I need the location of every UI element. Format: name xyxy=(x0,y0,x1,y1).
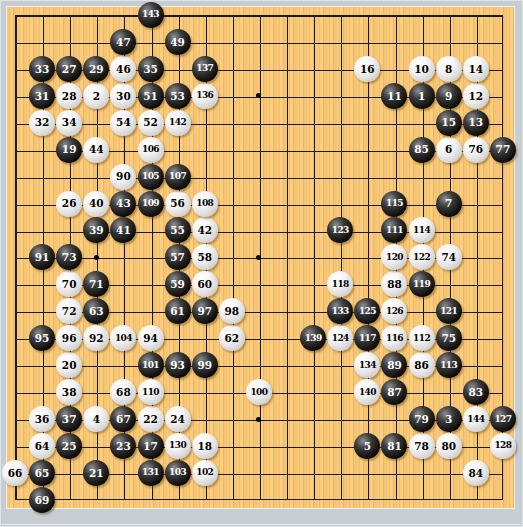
intersection-4-12: 104 xyxy=(110,325,137,352)
stone-black-103: 103 xyxy=(165,460,191,486)
intersection-13-11: 125 xyxy=(354,298,381,325)
intersection-15-8: 114 xyxy=(408,217,435,244)
stone-black-51: 51 xyxy=(138,83,164,109)
stone-black-37: 37 xyxy=(56,406,82,432)
intersection-1-3: 31 xyxy=(29,82,56,109)
stone-black-41: 41 xyxy=(110,217,136,243)
stone-black-17: 17 xyxy=(138,433,164,459)
intersection-16-2: 8 xyxy=(435,55,462,82)
stone-white-120: 120 xyxy=(381,244,407,270)
intersection-4-6: 90 xyxy=(110,163,137,190)
stone-black-131: 131 xyxy=(138,460,164,486)
stone-black-101: 101 xyxy=(138,352,164,378)
intersection-16-5: 6 xyxy=(435,136,462,163)
stone-white-86: 86 xyxy=(409,352,435,378)
stone-black-91: 91 xyxy=(29,244,55,270)
intersection-5-7: 109 xyxy=(137,190,164,217)
intersection-15-9: 122 xyxy=(408,244,435,271)
stone-white-38: 38 xyxy=(56,379,82,405)
intersection-3-8: 39 xyxy=(83,217,110,244)
intersection-14-16: 81 xyxy=(381,433,408,460)
stone-black-111: 111 xyxy=(381,217,407,243)
stone-white-30: 30 xyxy=(110,83,136,109)
stone-white-118: 118 xyxy=(327,271,353,297)
intersection-6-1: 49 xyxy=(164,28,191,55)
stone-white-76: 76 xyxy=(463,137,489,163)
stone-white-98: 98 xyxy=(219,298,245,324)
hoshi-point xyxy=(256,255,261,260)
stone-white-130: 130 xyxy=(165,433,191,459)
intersection-17-5: 76 xyxy=(462,136,489,163)
intersection-16-13: 113 xyxy=(435,352,462,379)
stone-white-66: 66 xyxy=(2,460,28,486)
stone-white-22: 22 xyxy=(138,406,164,432)
intersection-1-12: 95 xyxy=(29,325,56,352)
stone-white-114: 114 xyxy=(409,217,435,243)
intersection-18-15: 127 xyxy=(489,406,516,433)
intersection-14-13: 89 xyxy=(381,352,408,379)
intersection-1-18: 69 xyxy=(29,486,56,513)
stone-black-27: 27 xyxy=(56,56,82,82)
intersection-17-17: 84 xyxy=(462,459,489,486)
stone-black-93: 93 xyxy=(165,352,191,378)
stone-black-21: 21 xyxy=(83,460,109,486)
stone-white-44: 44 xyxy=(83,137,109,163)
stone-white-36: 36 xyxy=(29,406,55,432)
intersection-2-2: 27 xyxy=(56,55,83,82)
intersection-7-2: 137 xyxy=(191,55,218,82)
intersection-14-10: 88 xyxy=(381,271,408,298)
goban[interactable]: 1234567891011121314151617181920212223242… xyxy=(6,6,515,509)
intersection-6-16: 130 xyxy=(164,433,191,460)
stone-black-125: 125 xyxy=(354,298,380,324)
hoshi-point xyxy=(94,255,99,260)
stone-white-54: 54 xyxy=(110,110,136,136)
intersection-13-12: 117 xyxy=(354,325,381,352)
intersection-3-10: 71 xyxy=(83,271,110,298)
stone-black-83: 83 xyxy=(463,379,489,405)
intersection-3-11: 63 xyxy=(83,298,110,325)
intersection-8-12: 62 xyxy=(218,325,245,352)
stone-white-90: 90 xyxy=(110,164,136,190)
stone-white-34: 34 xyxy=(56,110,82,136)
intersection-5-2: 35 xyxy=(137,55,164,82)
stone-white-128: 128 xyxy=(490,433,516,459)
stone-white-40: 40 xyxy=(83,191,109,217)
intersection-1-2: 33 xyxy=(29,55,56,82)
stone-white-12: 12 xyxy=(463,83,489,109)
intersection-14-12: 116 xyxy=(381,325,408,352)
intersection-14-3: 11 xyxy=(381,82,408,109)
stone-black-53: 53 xyxy=(165,83,191,109)
stone-white-126: 126 xyxy=(381,298,407,324)
intersection-7-17: 102 xyxy=(191,459,218,486)
intersection-16-7: 7 xyxy=(435,190,462,217)
intersection-4-3: 30 xyxy=(110,82,137,109)
intersection-6-6: 107 xyxy=(164,163,191,190)
stone-black-23: 23 xyxy=(110,433,136,459)
intersection-5-16: 17 xyxy=(137,433,164,460)
stone-black-47: 47 xyxy=(110,29,136,55)
stone-white-32: 32 xyxy=(29,110,55,136)
stone-white-2: 2 xyxy=(83,83,109,109)
stone-black-113: 113 xyxy=(436,352,462,378)
intersection-3-2: 29 xyxy=(83,55,110,82)
stone-black-9: 9 xyxy=(436,83,462,109)
intersection-5-14: 110 xyxy=(137,379,164,406)
intersection-3-15: 4 xyxy=(83,406,110,433)
stone-black-77: 77 xyxy=(490,137,516,163)
hoshi-point xyxy=(256,417,261,422)
stone-white-60: 60 xyxy=(192,271,218,297)
intersection-5-5: 106 xyxy=(137,136,164,163)
intersection-8-11: 98 xyxy=(218,298,245,325)
intersection-6-17: 103 xyxy=(164,459,191,486)
stone-black-59: 59 xyxy=(165,271,191,297)
stone-white-8: 8 xyxy=(436,56,462,82)
stone-black-5: 5 xyxy=(354,433,380,459)
intersection-1-16: 64 xyxy=(29,433,56,460)
stone-black-31: 31 xyxy=(29,83,55,109)
intersection-4-8: 41 xyxy=(110,217,137,244)
intersection-2-14: 38 xyxy=(56,379,83,406)
intersection-15-15: 79 xyxy=(408,406,435,433)
stone-black-105: 105 xyxy=(138,164,164,190)
stone-white-26: 26 xyxy=(56,191,82,217)
stone-white-104: 104 xyxy=(110,325,136,351)
stone-black-15: 15 xyxy=(436,110,462,136)
stone-white-124: 124 xyxy=(327,325,353,351)
stone-white-112: 112 xyxy=(409,325,435,351)
intersection-15-10: 119 xyxy=(408,271,435,298)
stone-white-88: 88 xyxy=(381,271,407,297)
intersection-2-10: 70 xyxy=(56,271,83,298)
intersection-7-11: 97 xyxy=(191,298,218,325)
stone-white-10: 10 xyxy=(409,56,435,82)
intersection-15-2: 10 xyxy=(408,55,435,82)
stone-white-18: 18 xyxy=(192,433,218,459)
stone-white-122: 122 xyxy=(409,244,435,270)
intersection-7-13: 99 xyxy=(191,352,218,379)
stone-black-137: 137 xyxy=(192,56,218,82)
intersection-15-5: 85 xyxy=(408,136,435,163)
intersection-5-6: 105 xyxy=(137,163,164,190)
stone-white-100: 100 xyxy=(246,379,272,405)
intersection-14-9: 120 xyxy=(381,244,408,271)
stone-white-6: 6 xyxy=(436,137,462,163)
stone-black-81: 81 xyxy=(381,433,407,459)
intersection-6-4: 142 xyxy=(164,109,191,136)
stone-white-92: 92 xyxy=(83,325,109,351)
stone-white-134: 134 xyxy=(354,352,380,378)
stone-white-56: 56 xyxy=(165,191,191,217)
stone-white-142: 142 xyxy=(165,110,191,136)
intersection-7-16: 18 xyxy=(191,433,218,460)
stone-black-123: 123 xyxy=(327,217,353,243)
board-window: 1234567891011121314151617181920212223242… xyxy=(0,0,523,527)
intersection-7-3: 136 xyxy=(191,82,218,109)
intersection-3-5: 44 xyxy=(83,136,110,163)
stone-black-75: 75 xyxy=(436,325,462,351)
intersection-5-17: 131 xyxy=(137,459,164,486)
stone-white-78: 78 xyxy=(409,433,435,459)
intersection-14-14: 87 xyxy=(381,379,408,406)
intersection-13-2: 16 xyxy=(354,55,381,82)
intersection-7-9: 58 xyxy=(191,244,218,271)
intersection-6-9: 57 xyxy=(164,244,191,271)
intersection-17-15: 144 xyxy=(462,406,489,433)
stone-black-85: 85 xyxy=(409,137,435,163)
intersection-7-7: 108 xyxy=(191,190,218,217)
stone-white-84: 84 xyxy=(463,460,489,486)
stone-white-96: 96 xyxy=(56,325,82,351)
intersection-16-9: 74 xyxy=(435,244,462,271)
intersection-12-11: 133 xyxy=(327,298,354,325)
stone-black-97: 97 xyxy=(192,298,218,324)
stone-black-29: 29 xyxy=(83,56,109,82)
stone-white-42: 42 xyxy=(192,217,218,243)
stone-white-108: 108 xyxy=(192,191,218,217)
stone-white-14: 14 xyxy=(463,56,489,82)
intersection-15-13: 86 xyxy=(408,352,435,379)
stone-white-72: 72 xyxy=(56,298,82,324)
intersection-2-12: 96 xyxy=(56,325,83,352)
stone-black-57: 57 xyxy=(165,244,191,270)
intersection-9-3 xyxy=(245,82,272,109)
intersection-1-9: 91 xyxy=(29,244,56,271)
stone-white-116: 116 xyxy=(381,325,407,351)
intersection-9-14: 100 xyxy=(245,379,272,406)
intersection-7-8: 42 xyxy=(191,217,218,244)
stone-black-49: 49 xyxy=(165,29,191,55)
stone-white-110: 110 xyxy=(138,379,164,405)
intersection-5-13: 101 xyxy=(137,352,164,379)
stone-white-20: 20 xyxy=(56,352,82,378)
intersection-4-16: 23 xyxy=(110,433,137,460)
stone-black-3: 3 xyxy=(436,406,462,432)
stone-black-143: 143 xyxy=(138,2,164,28)
stone-white-4: 4 xyxy=(83,406,109,432)
intersection-15-16: 78 xyxy=(408,433,435,460)
stone-white-102: 102 xyxy=(192,460,218,486)
stone-white-74: 74 xyxy=(436,244,462,270)
intersection-17-14: 83 xyxy=(462,379,489,406)
stone-white-16: 16 xyxy=(354,56,380,82)
intersection-18-16: 128 xyxy=(489,433,516,460)
hoshi-point xyxy=(256,93,261,98)
intersection-2-15: 37 xyxy=(56,406,83,433)
intersection-3-12: 92 xyxy=(83,325,110,352)
stone-black-63: 63 xyxy=(83,298,109,324)
stone-white-144: 144 xyxy=(463,406,489,432)
stone-black-73: 73 xyxy=(56,244,82,270)
stone-black-127: 127 xyxy=(490,406,516,432)
intersection-13-13: 134 xyxy=(354,352,381,379)
intersection-6-10: 59 xyxy=(164,271,191,298)
stone-black-1: 1 xyxy=(409,83,435,109)
intersection-6-13: 93 xyxy=(164,352,191,379)
stone-white-28: 28 xyxy=(56,83,82,109)
intersection-16-3: 9 xyxy=(435,82,462,109)
intersection-16-11: 121 xyxy=(435,298,462,325)
intersection-3-3: 2 xyxy=(83,82,110,109)
stone-black-89: 89 xyxy=(381,352,407,378)
stone-black-117: 117 xyxy=(354,325,380,351)
stone-white-64: 64 xyxy=(29,433,55,459)
stone-white-24: 24 xyxy=(165,406,191,432)
intersection-5-4: 52 xyxy=(137,109,164,136)
stone-white-58: 58 xyxy=(192,244,218,270)
intersection-16-16: 80 xyxy=(435,433,462,460)
stone-black-39: 39 xyxy=(83,217,109,243)
intersection-4-2: 46 xyxy=(110,55,137,82)
stone-white-52: 52 xyxy=(138,110,164,136)
stone-black-25: 25 xyxy=(56,433,82,459)
stone-black-139: 139 xyxy=(300,325,326,351)
intersection-4-4: 54 xyxy=(110,109,137,136)
intersection-11-12: 139 xyxy=(300,325,327,352)
intersection-2-3: 28 xyxy=(56,82,83,109)
stone-black-35: 35 xyxy=(138,56,164,82)
stone-white-68: 68 xyxy=(110,379,136,405)
stone-black-109: 109 xyxy=(138,191,164,217)
intersection-14-11: 126 xyxy=(381,298,408,325)
intersection-2-11: 72 xyxy=(56,298,83,325)
intersection-1-15: 36 xyxy=(29,406,56,433)
stone-white-140: 140 xyxy=(354,379,380,405)
stone-black-67: 67 xyxy=(110,406,136,432)
stone-black-7: 7 xyxy=(436,191,462,217)
stone-black-55: 55 xyxy=(165,217,191,243)
stone-black-65: 65 xyxy=(29,460,55,486)
stones-layer: 1234567891011121314151617181920212223242… xyxy=(1,2,516,514)
intersection-2-7: 26 xyxy=(56,190,83,217)
stone-white-94: 94 xyxy=(138,325,164,351)
stone-black-13: 13 xyxy=(463,110,489,136)
intersection-14-7: 115 xyxy=(381,190,408,217)
intersection-12-12: 124 xyxy=(327,325,354,352)
intersection-0-17: 66 xyxy=(1,459,28,486)
intersection-4-14: 68 xyxy=(110,379,137,406)
stone-white-80: 80 xyxy=(436,433,462,459)
intersection-6-8: 55 xyxy=(164,217,191,244)
stone-black-69: 69 xyxy=(29,487,55,513)
intersection-3-17: 21 xyxy=(83,459,110,486)
intersection-9-15 xyxy=(245,406,272,433)
stone-black-107: 107 xyxy=(165,164,191,190)
intersection-1-17: 65 xyxy=(29,459,56,486)
stone-black-87: 87 xyxy=(381,379,407,405)
stone-black-99: 99 xyxy=(192,352,218,378)
stone-black-133: 133 xyxy=(327,298,353,324)
intersection-6-15: 24 xyxy=(164,406,191,433)
stone-black-43: 43 xyxy=(110,191,136,217)
intersection-15-12: 112 xyxy=(408,325,435,352)
intersection-12-10: 118 xyxy=(327,271,354,298)
intersection-1-4: 32 xyxy=(29,109,56,136)
stone-black-121: 121 xyxy=(436,298,462,324)
stone-white-136: 136 xyxy=(192,83,218,109)
intersection-13-16: 5 xyxy=(354,433,381,460)
intersection-4-1: 47 xyxy=(110,28,137,55)
stone-black-71: 71 xyxy=(83,271,109,297)
intersection-15-3: 1 xyxy=(408,82,435,109)
intersection-3-7: 40 xyxy=(83,190,110,217)
intersection-14-8: 111 xyxy=(381,217,408,244)
stone-black-19: 19 xyxy=(56,137,82,163)
stone-black-11: 11 xyxy=(381,83,407,109)
intersection-5-3: 51 xyxy=(137,82,164,109)
intersection-2-16: 25 xyxy=(56,433,83,460)
intersection-16-15: 3 xyxy=(435,406,462,433)
intersection-6-7: 56 xyxy=(164,190,191,217)
intersection-2-5: 19 xyxy=(56,136,83,163)
intersection-16-4: 15 xyxy=(435,109,462,136)
intersection-6-11: 61 xyxy=(164,298,191,325)
intersection-2-4: 34 xyxy=(56,109,83,136)
intersection-16-12: 75 xyxy=(435,325,462,352)
intersection-5-12: 94 xyxy=(137,325,164,352)
stone-white-62: 62 xyxy=(219,325,245,351)
intersection-17-2: 14 xyxy=(462,55,489,82)
intersection-5-15: 22 xyxy=(137,406,164,433)
stone-white-70: 70 xyxy=(56,271,82,297)
intersection-3-9 xyxy=(83,244,110,271)
intersection-7-10: 60 xyxy=(191,271,218,298)
intersection-6-3: 53 xyxy=(164,82,191,109)
intersection-2-9: 73 xyxy=(56,244,83,271)
intersection-17-3: 12 xyxy=(462,82,489,109)
stone-black-33: 33 xyxy=(29,56,55,82)
stone-black-79: 79 xyxy=(409,406,435,432)
intersection-4-15: 67 xyxy=(110,406,137,433)
intersection-2-13: 20 xyxy=(56,352,83,379)
stone-black-95: 95 xyxy=(29,325,55,351)
stone-black-61: 61 xyxy=(165,298,191,324)
stone-black-115: 115 xyxy=(381,191,407,217)
intersection-17-4: 13 xyxy=(462,109,489,136)
stone-black-119: 119 xyxy=(409,271,435,297)
intersection-18-5: 77 xyxy=(489,136,516,163)
intersection-5-0: 143 xyxy=(137,2,164,29)
intersection-13-14: 140 xyxy=(354,379,381,406)
intersection-9-9 xyxy=(245,244,272,271)
stone-white-46: 46 xyxy=(110,56,136,82)
stone-white-106: 106 xyxy=(138,137,164,163)
intersection-12-8: 123 xyxy=(327,217,354,244)
intersection-4-7: 43 xyxy=(110,190,137,217)
